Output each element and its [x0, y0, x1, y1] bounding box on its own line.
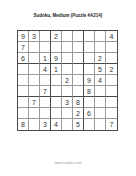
cell-r7c3[interactable] [40, 97, 51, 108]
cell-r5c5[interactable]: 2 [62, 75, 73, 86]
cell-r8c5[interactable] [62, 108, 73, 119]
cell-r6c2[interactable] [29, 86, 40, 97]
cell-r4c3[interactable]: 4 [40, 64, 51, 75]
cell-r3c2[interactable] [29, 53, 40, 64]
cell-r1c9[interactable]: 4 [106, 31, 117, 42]
cell-r6c3[interactable]: 7 [40, 86, 51, 97]
cell-r9c4[interactable]: 4 [51, 119, 62, 130]
cell-r4c4[interactable]: 1 [51, 64, 62, 75]
cell-r2c7[interactable] [84, 42, 95, 53]
cell-r1c4[interactable]: 2 [51, 31, 62, 42]
cell-r5c9[interactable] [106, 75, 117, 86]
cell-r8c3[interactable] [40, 108, 51, 119]
page-title: Sudoku, Medium (Puzzle #A214) [0, 13, 136, 19]
cell-r3c8[interactable]: 2 [95, 53, 106, 64]
cell-r6c1[interactable] [18, 86, 29, 97]
cell-r7c4[interactable] [51, 97, 62, 108]
cell-r5c7[interactable]: 9 [84, 75, 95, 86]
cell-r4c7[interactable] [84, 64, 95, 75]
cell-r8c2[interactable] [29, 108, 40, 119]
cell-r4c8[interactable]: 5 [95, 64, 106, 75]
cell-r5c6[interactable] [73, 75, 84, 86]
cell-r3c4[interactable]: 9 [51, 53, 62, 64]
cell-r6c5[interactable] [62, 86, 73, 97]
cell-r6c9[interactable] [106, 86, 117, 97]
cell-r1c6[interactable] [73, 31, 84, 42]
cell-r8c7[interactable]: 6 [84, 108, 95, 119]
cell-r7c7[interactable] [84, 97, 95, 108]
cell-r2c9[interactable] [106, 42, 117, 53]
cell-r5c2[interactable] [29, 75, 40, 86]
cell-r9c5[interactable] [62, 119, 73, 130]
cell-r4c6[interactable] [73, 64, 84, 75]
cell-r5c4[interactable] [51, 75, 62, 86]
cell-r4c1[interactable] [18, 64, 29, 75]
cell-r1c2[interactable]: 3 [29, 31, 40, 42]
cell-r4c9[interactable]: 2 [106, 64, 117, 75]
cell-r5c3[interactable] [40, 75, 51, 86]
cell-r9c3[interactable]: 3 [40, 119, 51, 130]
cell-r5c8[interactable]: 4 [95, 75, 106, 86]
cell-r7c5[interactable]: 3 [62, 97, 73, 108]
cell-r7c8[interactable] [95, 97, 106, 108]
cell-r7c1[interactable] [18, 97, 29, 108]
cell-r6c7[interactable]: 8 [84, 86, 95, 97]
cell-r3c5[interactable] [62, 53, 73, 64]
cell-r4c5[interactable] [62, 64, 73, 75]
cell-r9c1[interactable]: 8 [18, 119, 29, 130]
cell-r2c4[interactable] [51, 42, 62, 53]
footer-url: www.sudoku.com [0, 161, 136, 165]
cell-r1c1[interactable]: 9 [18, 31, 29, 42]
cell-r4c2[interactable] [29, 64, 40, 75]
cell-r1c7[interactable] [84, 31, 95, 42]
cell-r2c5[interactable] [62, 42, 73, 53]
cell-r6c6[interactable] [73, 86, 84, 97]
cell-r9c9[interactable]: 7 [106, 119, 117, 130]
cell-r1c5[interactable] [62, 31, 73, 42]
cell-r7c6[interactable]: 8 [73, 97, 84, 108]
cell-r2c1[interactable]: 7 [18, 42, 29, 53]
cell-r7c9[interactable] [106, 97, 117, 108]
cell-r8c8[interactable] [95, 108, 106, 119]
cell-r6c8[interactable] [95, 86, 106, 97]
cell-r7c2[interactable]: 7 [29, 97, 40, 108]
cell-r3c1[interactable]: 6 [18, 53, 29, 64]
cell-r8c6[interactable]: 2 [73, 108, 84, 119]
cell-r2c2[interactable] [29, 42, 40, 53]
cell-r3c6[interactable] [73, 53, 84, 64]
cell-r8c1[interactable] [18, 108, 29, 119]
cell-r8c9[interactable] [106, 108, 117, 119]
cell-r2c8[interactable] [95, 42, 106, 53]
cell-r3c9[interactable] [106, 53, 117, 64]
cell-r3c3[interactable]: 1 [40, 53, 51, 64]
cell-r9c6[interactable]: 5 [73, 119, 84, 130]
cell-r9c2[interactable] [29, 119, 40, 130]
cell-r1c8[interactable] [95, 31, 106, 42]
cell-r2c3[interactable] [40, 42, 51, 53]
cell-r8c4[interactable] [51, 108, 62, 119]
cell-r5c1[interactable] [18, 75, 29, 86]
cell-r3c7[interactable] [84, 53, 95, 64]
cell-r9c8[interactable] [95, 119, 106, 130]
cell-r6c4[interactable] [51, 86, 62, 97]
sudoku-grid: 9324761924152294787382683457 [17, 30, 118, 131]
cell-r2c6[interactable] [73, 42, 84, 53]
cell-r9c7[interactable] [84, 119, 95, 130]
cell-r1c3[interactable] [40, 31, 51, 42]
